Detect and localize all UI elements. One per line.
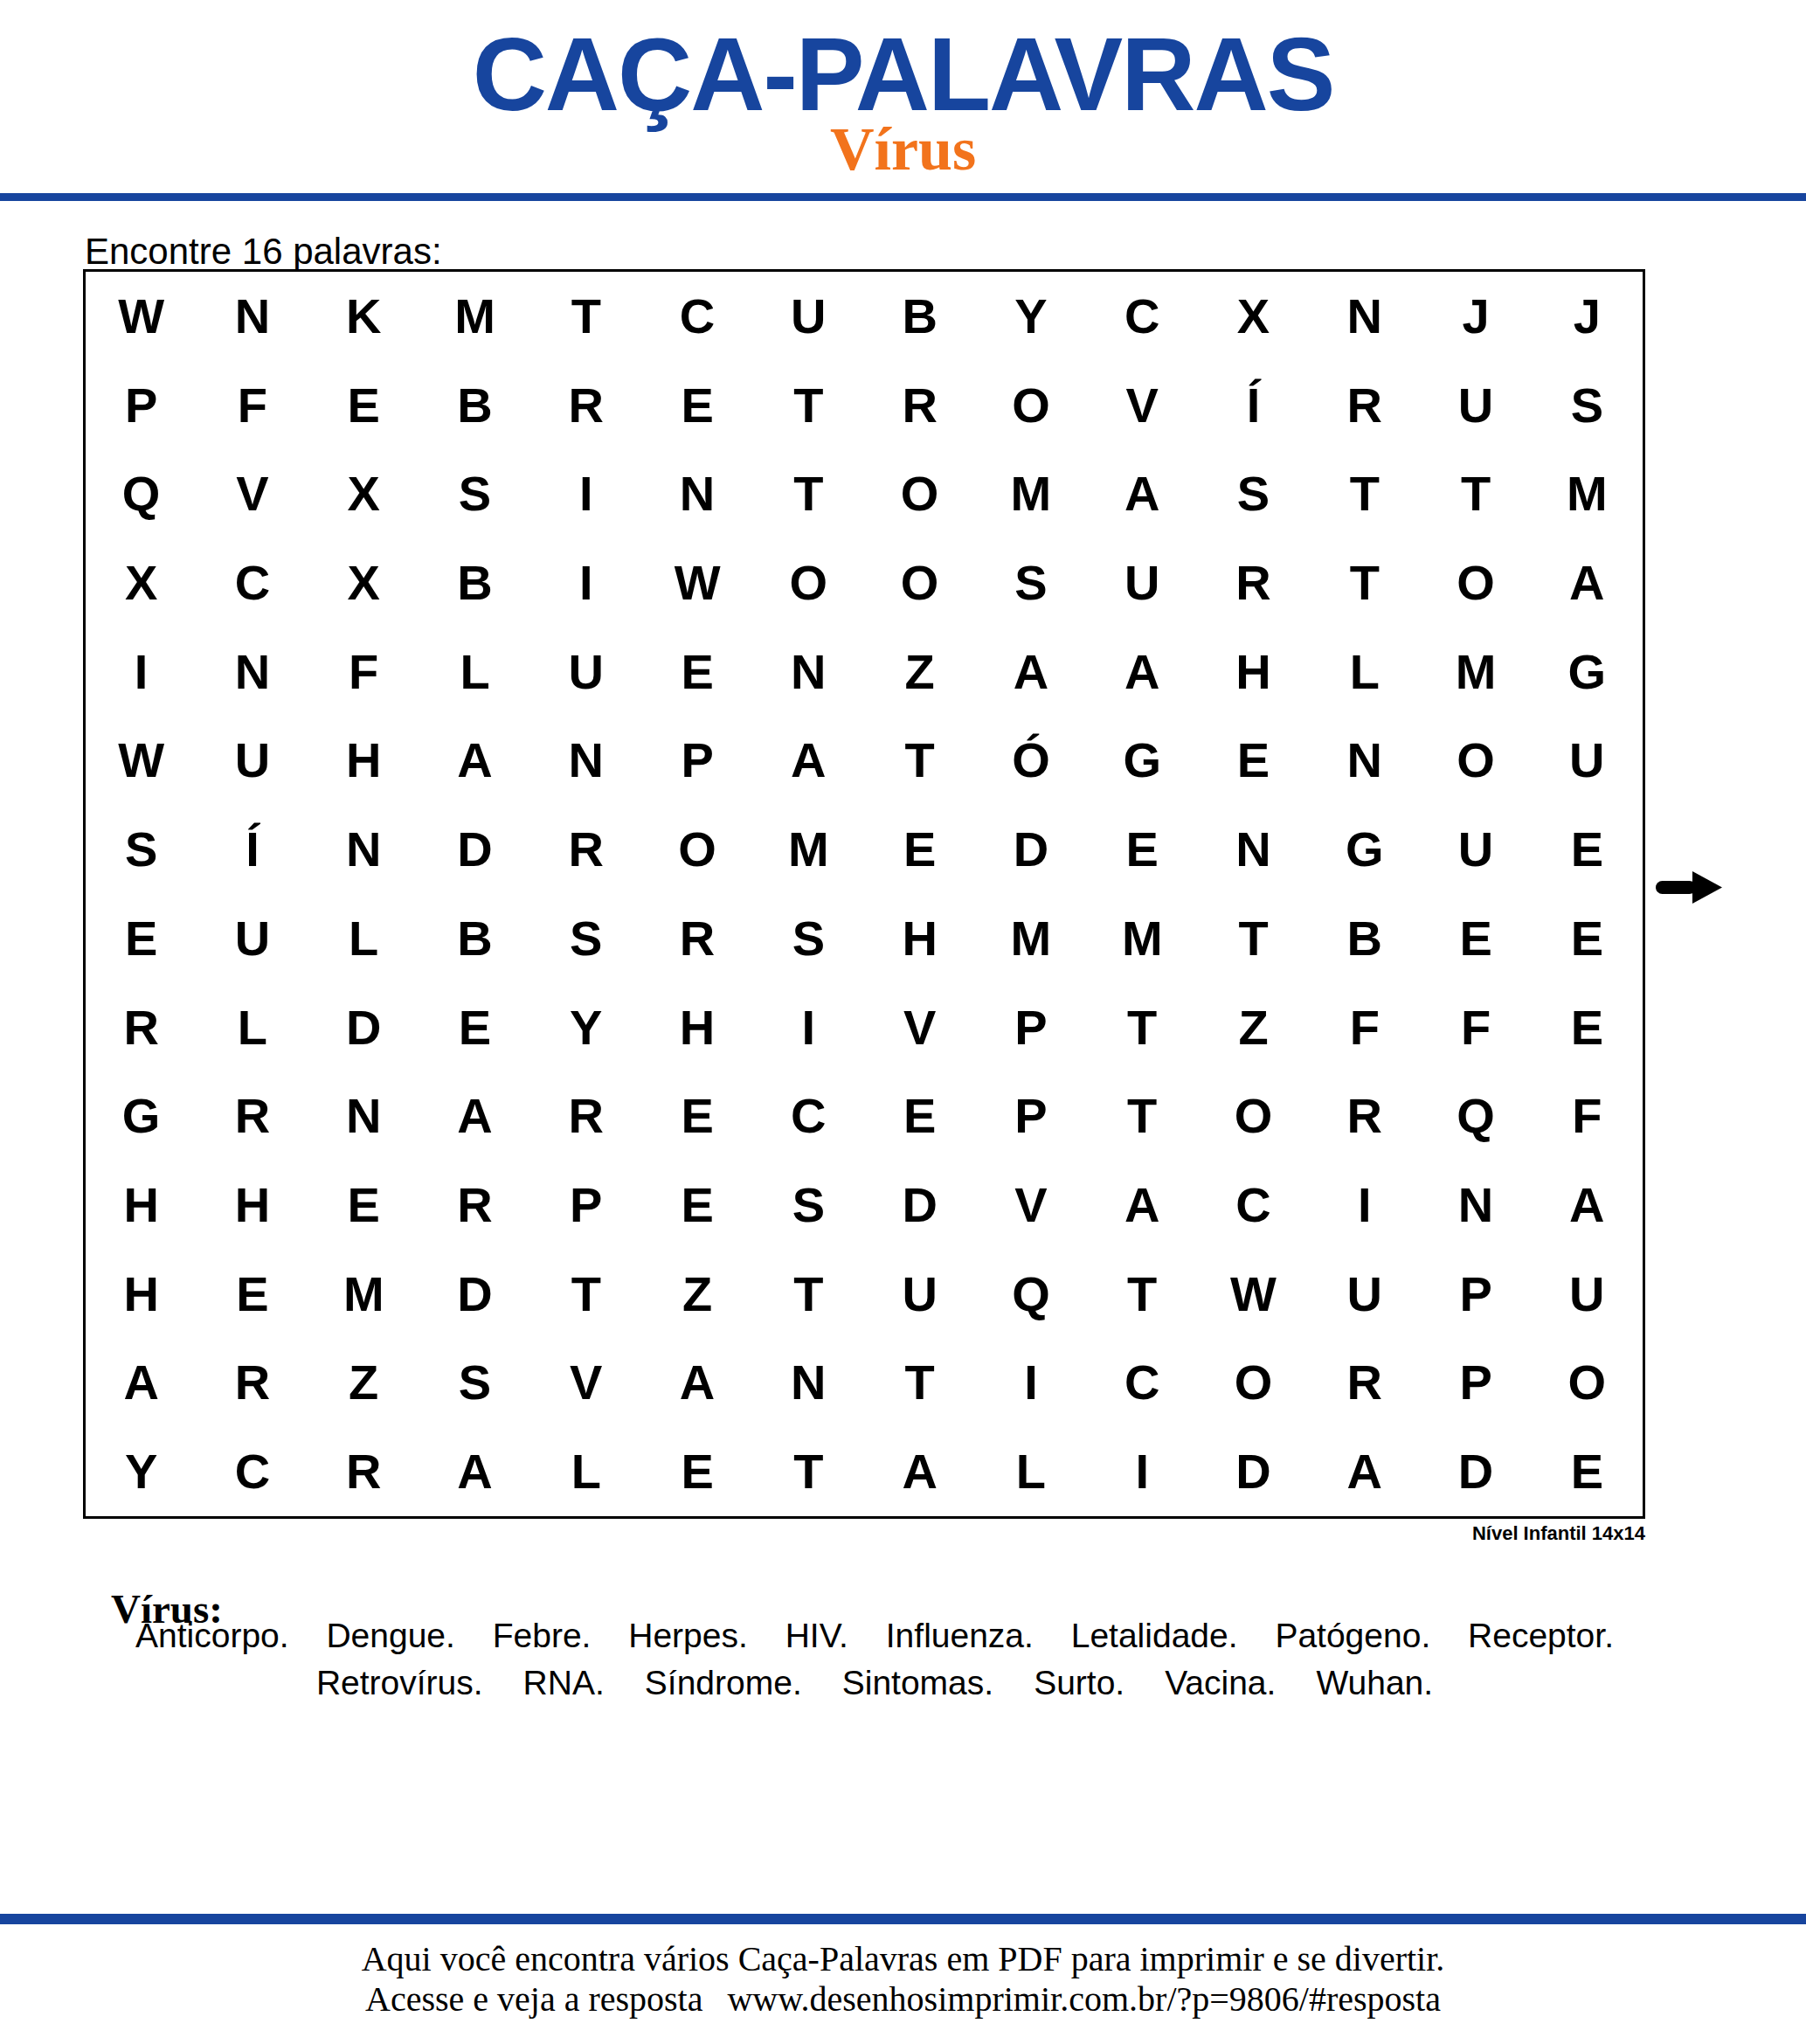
grid-cell: K [308,272,419,361]
grid-cell: E [308,361,419,450]
grid-cell: F [1420,983,1531,1072]
grid-cell: D [864,1161,975,1250]
grid-cell: M [308,1250,419,1339]
word-item: Wuhan. [1316,1664,1433,1702]
grid-cell: S [753,1161,864,1250]
grid-cell: I [1087,1427,1198,1516]
grid-cell: U [1087,538,1198,627]
grid-level-caption: Nível Infantil 14x14 [1472,1522,1645,1545]
grid-cell: M [1532,449,1643,538]
grid-cell: N [753,1339,864,1428]
grid-cell: S [86,805,197,894]
grid-cell: E [1420,894,1531,983]
grid-cell: H [864,894,975,983]
grid-cell: I [753,983,864,1072]
grid-cell: R [197,1339,308,1428]
grid-cell: P [1420,1250,1531,1339]
grid-cell: R [308,1427,419,1516]
grid-cell: O [864,449,975,538]
grid-cell: F [1532,1071,1643,1161]
grid-cell: U [864,1250,975,1339]
grid-cell: W [86,272,197,361]
grid-cell: A [641,1339,752,1428]
grid-cell: W [1198,1250,1309,1339]
grid-cell: C [1198,1161,1309,1250]
grid-cell: C [641,272,752,361]
grid-cell: M [1087,894,1198,983]
grid-cell: O [753,538,864,627]
grid-cell: T [1087,983,1198,1072]
grid-cell: V [197,449,308,538]
right-arrow-icon [1656,870,1722,908]
grid-cell: N [641,449,752,538]
grid-cell: U [1532,717,1643,806]
footer-line1: Aqui você encontra vários Caça-Palavras … [0,1938,1806,1979]
grid-cell: X [308,449,419,538]
grid-cell: A [753,717,864,806]
grid-cell: N [308,805,419,894]
word-item: RNA. [523,1664,605,1702]
grid-cell: U [1309,1250,1420,1339]
grid-cell: Ó [975,717,1086,806]
word-search-board: WNKMTCUBYCXNJJPFEBRETROVÍRUSQVXSINTOMAST… [83,269,1645,1519]
grid-cell: C [753,1071,864,1161]
grid-cell: T [864,717,975,806]
grid-cell: M [753,805,864,894]
grid-cell: L [975,1427,1086,1516]
word-item: Herpes. [628,1617,748,1655]
grid-cell: V [975,1161,1086,1250]
grid-cell: Z [308,1339,419,1428]
grid-cell: B [1309,894,1420,983]
footer-url: www.desenhosimprimir.com.br/?p=9806/#res… [727,1979,1441,2019]
grid-cell: C [197,1427,308,1516]
grid-cell: R [1198,538,1309,627]
grid-cell: Z [864,627,975,717]
grid-cell: R [1309,1071,1420,1161]
grid-cell: W [86,717,197,806]
grid-cell: E [641,361,752,450]
grid-cell: C [1087,1339,1198,1428]
grid-cell: T [1087,1250,1198,1339]
grid-cell: O [1198,1339,1309,1428]
grid-cell: M [1420,627,1531,717]
grid-cell: U [1420,805,1531,894]
grid-cell: R [530,1071,641,1161]
grid-cell: N [753,627,864,717]
grid-cell: O [1198,1071,1309,1161]
grid-cell: A [864,1427,975,1516]
grid-cell: R [197,1071,308,1161]
page-subtitle: Vírus [0,119,1806,180]
grid-cell: N [1309,272,1420,361]
grid-cell: D [419,1250,530,1339]
grid-cell: Z [641,1250,752,1339]
grid-cell: G [1309,805,1420,894]
grid-cell: U [530,627,641,717]
grid-cell: P [975,1071,1086,1161]
grid-cell: Z [1198,983,1309,1072]
grid-cell: Í [197,805,308,894]
grid-cell: Q [975,1250,1086,1339]
grid-cell: E [1532,805,1643,894]
instruction-label: Encontre 16 palavras: [85,231,442,273]
grid-cell: P [86,361,197,450]
grid-cell: O [975,361,1086,450]
grid-cell: M [975,449,1086,538]
grid-cell: E [1087,805,1198,894]
grid-cell: V [530,1339,641,1428]
grid-cell: G [86,1071,197,1161]
grid-cell: A [1532,1161,1643,1250]
grid-cell: A [419,717,530,806]
grid-cell: N [1309,717,1420,806]
grid-cell: A [1087,1161,1198,1250]
grid-cell: U [197,894,308,983]
grid-cell: Í [1198,361,1309,450]
word-item: HIV. [785,1617,848,1655]
grid-cell: T [753,1427,864,1516]
grid-cell: O [1420,538,1531,627]
grid-cell: H [308,717,419,806]
footer-divider [0,1914,1806,1924]
grid-cell: I [530,538,641,627]
grid-cell: A [1087,627,1198,717]
grid-cell: D [975,805,1086,894]
word-item: Síndrome. [645,1664,802,1702]
footer-cta: Acesse e veja a resposta [365,1979,702,2019]
grid-cell: R [641,894,752,983]
grid-cell: T [530,272,641,361]
word-item: Sintomas. [842,1664,993,1702]
word-item: Influenza. [886,1617,1034,1655]
grid-cell: A [1309,1427,1420,1516]
grid-cell: W [641,538,752,627]
grid-cell: L [530,1427,641,1516]
word-search-grid: WNKMTCUBYCXNJJPFEBRETROVÍRUSQVXSINTOMAST… [86,272,1643,1516]
grid-cell: E [864,805,975,894]
grid-cell: N [1198,805,1309,894]
grid-cell: O [1532,1339,1643,1428]
grid-cell: E [197,1250,308,1339]
grid-cell: Q [1420,1071,1531,1161]
grid-cell: D [419,805,530,894]
grid-cell: O [864,538,975,627]
grid-cell: A [86,1339,197,1428]
grid-cell: U [1420,361,1531,450]
grid-cell: J [1420,272,1531,361]
grid-cell: F [308,627,419,717]
grid-cell: Y [975,272,1086,361]
grid-cell: T [1087,1071,1198,1161]
grid-cell: E [1198,717,1309,806]
grid-cell: E [308,1161,419,1250]
grid-cell: A [975,627,1086,717]
grid-cell: E [86,894,197,983]
grid-cell: T [1309,538,1420,627]
grid-cell: H [641,983,752,1072]
grid-cell: E [641,1161,752,1250]
puzzle-page: CAÇA-PALAVRAS Vírus Encontre 16 palavras… [0,0,1806,2044]
grid-cell: O [641,805,752,894]
grid-cell: Y [530,983,641,1072]
grid-cell: N [530,717,641,806]
grid-cell: L [419,627,530,717]
grid-cell: E [1532,894,1643,983]
grid-cell: I [975,1339,1086,1428]
grid-cell: P [975,983,1086,1072]
grid-cell: E [1532,983,1643,1072]
grid-cell: M [419,272,530,361]
grid-cell: X [86,538,197,627]
grid-cell: X [308,538,419,627]
grid-cell: R [1309,361,1420,450]
page-title: CAÇA-PALAVRAS [0,23,1806,126]
grid-cell: V [1087,361,1198,450]
grid-cell: P [1420,1339,1531,1428]
grid-cell: C [197,538,308,627]
grid-cell: H [1198,627,1309,717]
grid-cell: T [753,449,864,538]
grid-cell: S [419,1339,530,1428]
grid-cell: T [753,361,864,450]
grid-cell: B [419,538,530,627]
grid-cell: S [975,538,1086,627]
grid-cell: B [864,272,975,361]
grid-cell: V [864,983,975,1072]
word-item: Surto. [1034,1664,1124,1702]
grid-cell: A [419,1427,530,1516]
grid-cell: N [1420,1161,1531,1250]
header-divider [0,193,1806,201]
grid-cell: F [197,361,308,450]
grid-cell: E [641,1427,752,1516]
footer-line2: Acesse e veja a resposta www.desenhosimp… [0,1978,1806,2020]
grid-cell: L [197,983,308,1072]
grid-cell: A [419,1071,530,1161]
grid-cell: R [530,805,641,894]
grid-cell: R [419,1161,530,1250]
grid-cell: J [1532,272,1643,361]
grid-cell: N [197,272,308,361]
grid-cell: U [197,717,308,806]
word-item: Febre. [493,1617,592,1655]
grid-cell: L [308,894,419,983]
grid-cell: G [1532,627,1643,717]
grid-cell: D [1420,1427,1531,1516]
grid-cell: P [641,717,752,806]
word-item: Dengue. [326,1617,454,1655]
grid-cell: S [419,449,530,538]
grid-cell: D [308,983,419,1072]
grid-cell: E [864,1071,975,1161]
grid-cell: D [1198,1427,1309,1516]
word-item: Vacina. [1165,1664,1276,1702]
grid-cell: T [864,1339,975,1428]
grid-cell: T [1420,449,1531,538]
grid-cell: A [1087,449,1198,538]
grid-cell: B [419,894,530,983]
grid-cell: S [1532,361,1643,450]
grid-cell: U [1532,1250,1643,1339]
word-item: Anticorpo. [135,1617,289,1655]
grid-cell: B [419,361,530,450]
grid-cell: E [641,627,752,717]
grid-cell: N [308,1071,419,1161]
grid-cell: O [1420,717,1531,806]
grid-cell: I [1309,1161,1420,1250]
grid-cell: E [419,983,530,1072]
grid-cell: X [1198,272,1309,361]
grid-cell: N [197,627,308,717]
grid-cell: I [86,627,197,717]
word-item: Receptor. [1468,1617,1614,1655]
grid-cell: Q [86,449,197,538]
word-item: Letalidade. [1071,1617,1238,1655]
grid-cell: T [1198,894,1309,983]
grid-cell: C [1087,272,1198,361]
grid-cell: R [86,983,197,1072]
grid-cell: R [530,361,641,450]
grid-cell: I [530,449,641,538]
grid-cell: T [753,1250,864,1339]
grid-cell: H [86,1250,197,1339]
grid-cell: S [530,894,641,983]
grid-cell: S [753,894,864,983]
grid-cell: P [530,1161,641,1250]
grid-cell: Y [86,1427,197,1516]
grid-cell: A [1532,538,1643,627]
grid-cell: R [1309,1339,1420,1428]
words-line1: Anticorpo.Dengue.Febre.Herpes.HIV.Influe… [135,1617,1614,1655]
grid-cell: H [86,1161,197,1250]
grid-cell: H [197,1161,308,1250]
grid-cell: S [1198,449,1309,538]
grid-cell: L [1309,627,1420,717]
grid-cell: F [1309,983,1420,1072]
grid-cell: E [1532,1427,1643,1516]
word-item: Retrovírus. [316,1664,483,1702]
grid-cell: E [641,1071,752,1161]
words-line2: Retrovírus.RNA.Síndrome.Sintomas.Surto.V… [135,1664,1614,1702]
grid-cell: R [864,361,975,450]
grid-cell: T [1309,449,1420,538]
word-item: Patógeno. [1275,1617,1430,1655]
grid-cell: T [530,1250,641,1339]
grid-cell: M [975,894,1086,983]
grid-cell: G [1087,717,1198,806]
grid-cell: U [753,272,864,361]
